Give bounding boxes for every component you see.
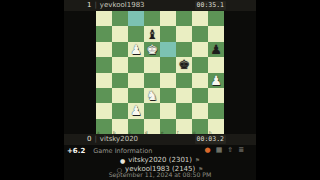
black-result: 1 xyxy=(87,2,91,9)
square-f2[interactable] xyxy=(176,103,192,118)
white-piece-h4[interactable]: ♟ xyxy=(208,73,224,88)
square-c3[interactable] xyxy=(128,88,144,103)
white-piece-d3[interactable]: ♞ xyxy=(144,88,160,103)
square-f8[interactable] xyxy=(176,11,192,26)
app-stage: 1 | yevkool1983 00:35.1 ♝♟♚♟♚♟♞♟abcdefgh… xyxy=(64,0,256,180)
square-e4[interactable] xyxy=(160,73,176,88)
white-player-bar: 0 | vitsky2020 00:03.2 xyxy=(64,134,256,145)
square-h7[interactable] xyxy=(208,26,224,41)
square-c6[interactable]: ♟ xyxy=(128,42,144,57)
square-h3[interactable] xyxy=(208,88,224,103)
square-g1[interactable]: g xyxy=(192,119,208,134)
square-h5[interactable] xyxy=(208,57,224,72)
square-b6[interactable] xyxy=(112,42,128,57)
square-b1[interactable]: b xyxy=(112,119,128,134)
black-piece-h6[interactable]: ♟ xyxy=(208,42,224,57)
square-a4[interactable] xyxy=(96,73,112,88)
white-clock: 00:03.2 xyxy=(195,135,226,144)
flag-icon: ⚑ xyxy=(195,158,200,164)
engine-alert-icon[interactable]: ● xyxy=(205,147,211,154)
square-c1[interactable]: c xyxy=(128,119,144,134)
square-g5[interactable] xyxy=(192,57,208,72)
black-player-bar: 1 | yevkool1983 00:35.1 xyxy=(64,0,256,11)
chess-board[interactable]: ♝♟♚♟♚♟♞♟abcdefgh xyxy=(96,11,224,134)
square-a3[interactable] xyxy=(96,88,112,103)
result-separator: | xyxy=(94,2,96,9)
square-h6[interactable]: ♟ xyxy=(208,42,224,57)
square-d6[interactable]: ♚ xyxy=(144,42,160,57)
square-a2[interactable] xyxy=(96,103,112,118)
square-d8[interactable] xyxy=(144,11,160,26)
square-d2[interactable] xyxy=(144,103,160,118)
white-result: 0 xyxy=(87,136,91,143)
square-a1[interactable]: a xyxy=(96,119,112,134)
white-player-name[interactable]: vitsky2020 xyxy=(100,136,138,143)
square-c5[interactable] xyxy=(128,57,144,72)
square-c7[interactable] xyxy=(128,26,144,41)
square-f5[interactable]: ♚ xyxy=(176,57,192,72)
black-player-name[interactable]: yevkool1983 xyxy=(100,2,145,9)
square-f7[interactable] xyxy=(176,26,192,41)
square-b2[interactable] xyxy=(112,103,128,118)
white-piece-c2[interactable]: ♟ xyxy=(128,103,144,118)
square-c2[interactable]: ♟ xyxy=(128,103,144,118)
square-d4[interactable] xyxy=(144,73,160,88)
square-b8[interactable] xyxy=(112,11,128,26)
square-b5[interactable] xyxy=(112,57,128,72)
white-piece-d6[interactable]: ♚ xyxy=(144,42,160,57)
square-g6[interactable] xyxy=(192,42,208,57)
square-e3[interactable] xyxy=(160,88,176,103)
square-d7[interactable]: ♝ xyxy=(144,26,160,41)
white-piece-c6[interactable]: ♟ xyxy=(128,42,144,57)
square-e2[interactable] xyxy=(160,103,176,118)
square-e6[interactable] xyxy=(160,42,176,57)
info-bar: +6.2 Game Information ● ▦ ⇧ ≣ xyxy=(64,145,256,156)
square-h8[interactable] xyxy=(208,11,224,26)
square-f1[interactable]: f xyxy=(176,119,192,134)
square-b3[interactable] xyxy=(112,88,128,103)
square-a5[interactable] xyxy=(96,57,112,72)
square-b7[interactable] xyxy=(112,26,128,41)
square-b4[interactable] xyxy=(112,73,128,88)
board-icon[interactable]: ▦ xyxy=(216,147,223,154)
square-e1[interactable]: e xyxy=(160,119,176,134)
square-a7[interactable] xyxy=(96,26,112,41)
square-e8[interactable] xyxy=(160,11,176,26)
white-color-icon: ● xyxy=(120,158,125,164)
square-g8[interactable] xyxy=(192,11,208,26)
white-name-rating: vitsky2020 (2301) xyxy=(128,157,192,164)
square-c8[interactable] xyxy=(128,11,144,26)
square-a8[interactable] xyxy=(96,11,112,26)
black-clock: 00:35.1 xyxy=(195,1,226,10)
square-d5[interactable] xyxy=(144,57,160,72)
square-f6[interactable] xyxy=(176,42,192,57)
square-h2[interactable] xyxy=(208,103,224,118)
panel-title: Game Information xyxy=(93,147,152,155)
square-g7[interactable] xyxy=(192,26,208,41)
square-c4[interactable] xyxy=(128,73,144,88)
game-date: September 11, 2024 at 08:50 PM xyxy=(64,171,256,178)
share-icon[interactable]: ⇧ xyxy=(227,147,233,154)
result-separator: | xyxy=(94,136,96,143)
black-piece-f5[interactable]: ♚ xyxy=(176,57,192,72)
square-g2[interactable] xyxy=(192,103,208,118)
toolbar-icons: ● ▦ ⇧ ≣ xyxy=(205,147,244,154)
square-h4[interactable]: ♟ xyxy=(208,73,224,88)
square-f4[interactable] xyxy=(176,73,192,88)
square-e7[interactable] xyxy=(160,26,176,41)
square-d3[interactable]: ♞ xyxy=(144,88,160,103)
square-d1[interactable]: d xyxy=(144,119,160,134)
square-h1[interactable]: h xyxy=(208,119,224,134)
square-a6[interactable] xyxy=(96,42,112,57)
black-piece-d7[interactable]: ♝ xyxy=(144,26,160,41)
engine-evaluation: +6.2 xyxy=(67,147,85,155)
square-g3[interactable] xyxy=(192,88,208,103)
white-player-row[interactable]: ● vitsky2020 (2301) ⚑ xyxy=(120,156,200,165)
library-icon[interactable]: ≣ xyxy=(238,147,244,154)
square-f3[interactable] xyxy=(176,88,192,103)
square-e5[interactable] xyxy=(160,57,176,72)
square-g4[interactable] xyxy=(192,73,208,88)
